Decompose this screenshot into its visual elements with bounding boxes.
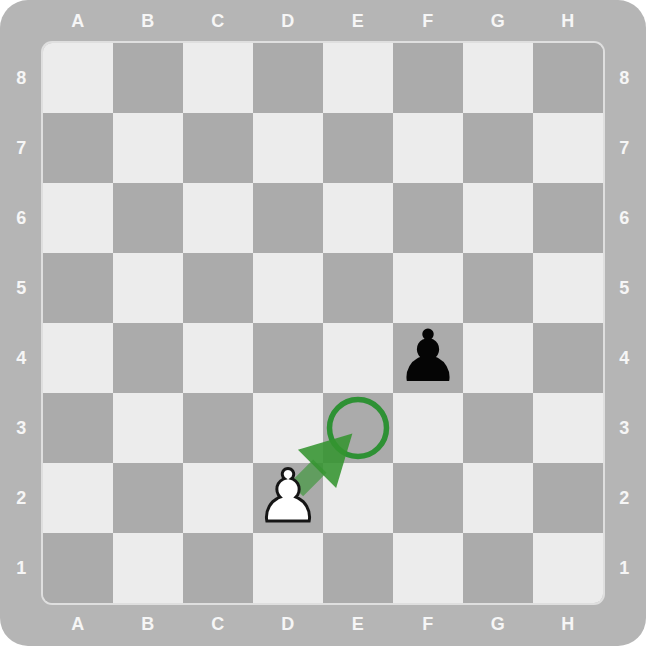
square-h4[interactable]: [533, 323, 603, 393]
square-c1[interactable]: [183, 533, 253, 603]
square-h8[interactable]: [533, 43, 603, 113]
square-h3[interactable]: [533, 393, 603, 463]
square-f6[interactable]: [393, 183, 463, 253]
square-e6[interactable]: [323, 183, 393, 253]
square-c8[interactable]: [183, 43, 253, 113]
square-f5[interactable]: [393, 253, 463, 323]
square-f8[interactable]: [393, 43, 463, 113]
square-a3[interactable]: [43, 393, 113, 463]
square-d3[interactable]: [253, 393, 323, 463]
square-a4[interactable]: [43, 323, 113, 393]
square-e3[interactable]: [323, 393, 393, 463]
square-b7[interactable]: [113, 113, 183, 183]
square-a7[interactable]: [43, 113, 113, 183]
square-d8[interactable]: [253, 43, 323, 113]
square-e7[interactable]: [323, 113, 393, 183]
square-a1[interactable]: [43, 533, 113, 603]
square-h2[interactable]: [533, 463, 603, 533]
square-e8[interactable]: [323, 43, 393, 113]
square-b1[interactable]: [113, 533, 183, 603]
square-d5[interactable]: [253, 253, 323, 323]
square-f3[interactable]: [393, 393, 463, 463]
square-c4[interactable]: [183, 323, 253, 393]
square-g7[interactable]: [463, 113, 533, 183]
square-g4[interactable]: [463, 323, 533, 393]
square-c6[interactable]: [183, 183, 253, 253]
square-h5[interactable]: [533, 253, 603, 323]
square-f7[interactable]: [393, 113, 463, 183]
chess-diagram: AABBCCDDEEFFGGHH8877665544332211 ♟♟: [0, 0, 646, 646]
square-e1[interactable]: [323, 533, 393, 603]
square-a6[interactable]: [43, 183, 113, 253]
square-b2[interactable]: [113, 463, 183, 533]
square-g2[interactable]: [463, 463, 533, 533]
square-d6[interactable]: [253, 183, 323, 253]
square-a5[interactable]: [43, 253, 113, 323]
square-g5[interactable]: [463, 253, 533, 323]
square-e2[interactable]: [323, 463, 393, 533]
square-g1[interactable]: [463, 533, 533, 603]
square-c7[interactable]: [183, 113, 253, 183]
square-g6[interactable]: [463, 183, 533, 253]
square-h1[interactable]: [533, 533, 603, 603]
square-f1[interactable]: [393, 533, 463, 603]
square-d1[interactable]: [253, 533, 323, 603]
square-b5[interactable]: [113, 253, 183, 323]
square-b4[interactable]: [113, 323, 183, 393]
square-e5[interactable]: [323, 253, 393, 323]
white-pawn-d2[interactable]: ♟: [253, 461, 323, 531]
square-h6[interactable]: [533, 183, 603, 253]
black-pawn-f4[interactable]: ♟: [393, 321, 463, 391]
square-h7[interactable]: [533, 113, 603, 183]
square-f2[interactable]: [393, 463, 463, 533]
square-a8[interactable]: [43, 43, 113, 113]
square-e4[interactable]: [323, 323, 393, 393]
square-c5[interactable]: [183, 253, 253, 323]
square-g3[interactable]: [463, 393, 533, 463]
square-d7[interactable]: [253, 113, 323, 183]
chess-board[interactable]: [43, 43, 603, 603]
square-g8[interactable]: [463, 43, 533, 113]
square-b3[interactable]: [113, 393, 183, 463]
square-d4[interactable]: [253, 323, 323, 393]
square-b6[interactable]: [113, 183, 183, 253]
square-a2[interactable]: [43, 463, 113, 533]
square-c3[interactable]: [183, 393, 253, 463]
square-c2[interactable]: [183, 463, 253, 533]
square-b8[interactable]: [113, 43, 183, 113]
